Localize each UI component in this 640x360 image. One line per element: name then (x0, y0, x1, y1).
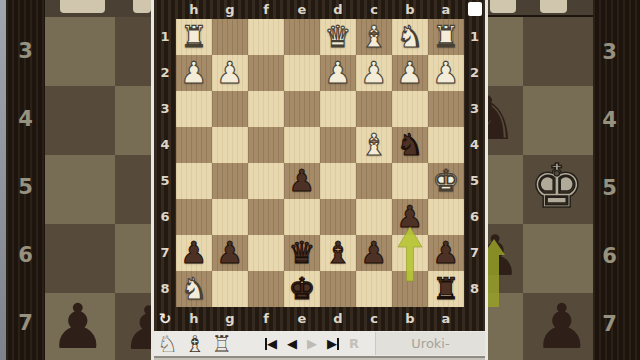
board-panel: hhggffeeddccbbaa1122334455667788 ↻ ♜♛♝♞♜… (151, 0, 488, 360)
square-c7[interactable]: ♟ (356, 235, 392, 271)
piece-bP-a7[interactable]: ♟ (428, 235, 464, 271)
square-a6[interactable] (428, 199, 464, 235)
background-rank-label-left-3: 3 (6, 39, 45, 63)
toolbar: ♘♗♖ ◀◀▶▶R Uroki-Shahmat.ru (154, 331, 485, 356)
square-a3[interactable] (428, 91, 464, 127)
piece-wP-b2[interactable]: ♟ (392, 55, 428, 91)
file-label-top-h: h (176, 0, 212, 19)
rank-label-right-5: 5 (464, 163, 485, 199)
background-square (45, 224, 115, 293)
square-g3[interactable] (212, 91, 248, 127)
square-c8[interactable] (356, 271, 392, 307)
video-frame: 34567 ♟♟ ♞♚♟♟ 34567 hhggffeeddccbbaa1122… (0, 0, 640, 360)
square-g6[interactable] (212, 199, 248, 235)
rank-label-left-2: 2 (154, 55, 176, 91)
piece-bP-e5[interactable]: ♟ (284, 163, 320, 199)
square-g8[interactable] (212, 271, 248, 307)
background-square (488, 86, 523, 155)
piece-wK-a5[interactable]: ♚ (428, 163, 464, 199)
square-h8[interactable]: ♞ (176, 271, 212, 307)
file-label-top-e: e (284, 0, 320, 19)
background-arrow-head (488, 239, 505, 255)
piece-wP-a2[interactable]: ♟ (428, 55, 464, 91)
square-g1[interactable] (212, 19, 248, 55)
rank-label-left-3: 3 (154, 91, 176, 127)
square-f4[interactable] (248, 127, 284, 163)
background-square (523, 293, 593, 360)
square-g5[interactable] (212, 163, 248, 199)
square-f8[interactable] (248, 271, 284, 307)
background-rank-label-left-6: 6 (6, 243, 45, 267)
square-c2[interactable]: ♟ (356, 55, 392, 91)
file-label-top-a: a (428, 0, 464, 19)
square-f7[interactable] (248, 235, 284, 271)
square-a2[interactable]: ♟ (428, 55, 464, 91)
palette-rook-icon[interactable]: ♖ (208, 331, 235, 356)
background-rank-label-left-5: 5 (6, 175, 45, 199)
background-square (115, 155, 151, 224)
nav-to-start-button[interactable]: ◀ (265, 331, 277, 356)
piece-wQ-d1[interactable]: ♛ (320, 19, 356, 55)
square-e8[interactable]: ♚ (284, 271, 320, 307)
file-label-bottom-a: a (428, 307, 464, 331)
square-f2[interactable] (248, 55, 284, 91)
square-b1[interactable]: ♞ (392, 19, 428, 55)
square-e7[interactable]: ♛ (284, 235, 320, 271)
background-rank-label-right-5: 5 (593, 176, 640, 200)
piece-wP-g2[interactable]: ♟ (212, 55, 248, 91)
square-a1[interactable]: ♜ (428, 19, 464, 55)
palette-bishop-icon[interactable]: ♗ (181, 331, 208, 356)
background-left: 34567 ♟♟ (0, 0, 151, 360)
file-label-top-b: b (392, 0, 428, 19)
square-h4[interactable] (176, 127, 212, 163)
background-square (45, 293, 115, 360)
file-label-top-g: g (212, 0, 248, 19)
square-b6[interactable]: ♟ (392, 199, 428, 235)
square-h2[interactable]: ♟ (176, 55, 212, 91)
square-g2[interactable]: ♟ (212, 55, 248, 91)
square-d7[interactable]: ♝ (320, 235, 356, 271)
file-label-bottom-b: b (392, 307, 428, 331)
background-square (45, 86, 115, 155)
background-square (45, 17, 115, 86)
square-d3[interactable] (320, 91, 356, 127)
nav-to-end-button[interactable]: ▶ (327, 331, 339, 356)
background-square (488, 17, 523, 86)
square-h7[interactable]: ♟ (176, 235, 212, 271)
square-a4[interactable] (428, 127, 464, 163)
background-square (523, 17, 593, 86)
rank-label-right-3: 3 (464, 91, 485, 127)
piece-bR-a8[interactable]: ♜ (428, 271, 464, 307)
piece-bK-e8[interactable]: ♚ (284, 271, 320, 307)
file-label-top-f: f (248, 0, 284, 19)
square-f6[interactable] (248, 199, 284, 235)
background-last-move-arrow-fragment (488, 255, 499, 307)
background-rank-label-right-7: 7 (593, 312, 640, 336)
piece-bN-b4[interactable]: ♞ (392, 127, 428, 163)
square-c1[interactable]: ♝ (356, 19, 392, 55)
file-label-top-d: d (320, 0, 356, 19)
square-b4[interactable]: ♞ (392, 127, 428, 163)
background-square (115, 17, 151, 86)
square-a5[interactable]: ♚ (428, 163, 464, 199)
background-square (115, 293, 151, 360)
rank-label-right-6: 6 (464, 199, 485, 235)
square-e2[interactable] (284, 55, 320, 91)
square-e3[interactable] (284, 91, 320, 127)
rank-label-right-4: 4 (464, 127, 485, 163)
nav-replay-button: R (349, 331, 359, 356)
piece-bP-h7[interactable]: ♟ (176, 235, 212, 271)
square-b3[interactable] (392, 91, 428, 127)
background-rank-label-right-6: 6 (593, 244, 640, 268)
square-d1[interactable]: ♛ (320, 19, 356, 55)
rank-label-right-8: 8 (464, 271, 485, 307)
square-f5[interactable] (248, 163, 284, 199)
square-f3[interactable] (248, 91, 284, 127)
square-e4[interactable] (284, 127, 320, 163)
rotate-board-icon[interactable]: ↻ (154, 307, 176, 331)
piece-wN-b1[interactable]: ♞ (392, 19, 428, 55)
rank-label-left-8: 8 (154, 271, 176, 307)
square-e5[interactable]: ♟ (284, 163, 320, 199)
piece-bB-d7[interactable]: ♝ (320, 235, 356, 271)
file-label-bottom-g: g (212, 307, 248, 331)
rank-label-right-7: 7 (464, 235, 485, 271)
piece-wR-a1[interactable]: ♜ (428, 19, 464, 55)
piece-wP-d2[interactable]: ♟ (320, 55, 356, 91)
background-rank-strip-right: 34567 (593, 0, 640, 360)
file-label-bottom-c: c (356, 307, 392, 331)
piece-bP-g7[interactable]: ♟ (212, 235, 248, 271)
square-c6[interactable] (356, 199, 392, 235)
square-d6[interactable] (320, 199, 356, 235)
square-h6[interactable] (176, 199, 212, 235)
piece-bQ-e7[interactable]: ♛ (284, 235, 320, 271)
background-square (523, 224, 593, 293)
file-label-top-c: c (356, 0, 392, 19)
rank-label-left-6: 6 (154, 199, 176, 235)
piece-bP-c7[interactable]: ♟ (356, 235, 392, 271)
piece-bP-b6[interactable]: ♟ (392, 199, 428, 235)
square-g7[interactable]: ♟ (212, 235, 248, 271)
rank-label-left-4: 4 (154, 127, 176, 163)
rank-label-right-1: 1 (464, 19, 485, 55)
square-c5[interactable] (356, 163, 392, 199)
board-squares: ♜♛♝♞♜♟♟♟♟♟♟♝♞♟♚♟♟♟♛♝♟♟♞♚♜ (176, 19, 464, 307)
background-rank-label-left-4: 4 (6, 107, 45, 131)
square-b5[interactable] (392, 163, 428, 199)
square-d8[interactable] (320, 271, 356, 307)
square-c4[interactable]: ♝ (356, 127, 392, 163)
background-rank-label-right-4: 4 (593, 108, 640, 132)
background-square (115, 86, 151, 155)
rank-label-left-7: 7 (154, 235, 176, 271)
file-label-bottom-h: h (176, 307, 212, 331)
square-d2[interactable]: ♟ (320, 55, 356, 91)
background-square (45, 155, 115, 224)
background-square (115, 224, 151, 293)
square-b8[interactable] (392, 271, 428, 307)
rank-label-right-2: 2 (464, 55, 485, 91)
square-a8[interactable]: ♜ (428, 271, 464, 307)
square-h5[interactable] (176, 163, 212, 199)
palette-knight-icon[interactable]: ♘ (154, 331, 181, 356)
rank-label-left-1: 1 (154, 19, 176, 55)
square-c3[interactable] (356, 91, 392, 127)
square-d4[interactable] (320, 127, 356, 163)
piece-wR-h1[interactable]: ♜ (176, 19, 212, 55)
move-navigation: ◀◀▶▶R (260, 331, 364, 356)
square-b2[interactable]: ♟ (392, 55, 428, 91)
piece-wP-c2[interactable]: ♟ (356, 55, 392, 91)
background-right: ♞♚♟♟ 34567 (488, 0, 640, 360)
square-e1[interactable] (284, 19, 320, 55)
square-e6[interactable] (284, 199, 320, 235)
square-h3[interactable] (176, 91, 212, 127)
nav-prev-button[interactable]: ◀ (287, 331, 297, 356)
square-a7[interactable]: ♟ (428, 235, 464, 271)
background-rank-strip-left: 34567 (6, 0, 45, 360)
background-square (523, 155, 593, 224)
piece-wB-c1[interactable]: ♝ (356, 19, 392, 55)
file-label-bottom-e: e (284, 307, 320, 331)
background-square (488, 155, 523, 224)
square-g4[interactable] (212, 127, 248, 163)
piece-wN-h8[interactable]: ♞ (176, 271, 212, 307)
square-b7[interactable] (392, 235, 428, 271)
file-label-bottom-d: d (320, 307, 356, 331)
piece-palette: ♘♗♖ (154, 331, 235, 356)
background-rank-label-right-3: 3 (593, 40, 640, 64)
square-d5[interactable] (320, 163, 356, 199)
site-watermark: Uroki-Shahmat.ru (375, 332, 485, 355)
background-square (523, 86, 593, 155)
piece-wP-h2[interactable]: ♟ (176, 55, 212, 91)
piece-wB-c4[interactable]: ♝ (356, 127, 392, 163)
square-h1[interactable]: ♜ (176, 19, 212, 55)
rank-label-left-5: 5 (154, 163, 176, 199)
white-to-move-indicator (468, 2, 482, 16)
background-rank-label-left-7: 7 (6, 311, 45, 335)
file-label-bottom-f: f (248, 307, 284, 331)
chess-board: hhggffeeddccbbaa1122334455667788 ↻ ♜♛♝♞♜… (154, 0, 485, 331)
nav-next-button: ▶ (307, 331, 317, 356)
square-f1[interactable] (248, 19, 284, 55)
